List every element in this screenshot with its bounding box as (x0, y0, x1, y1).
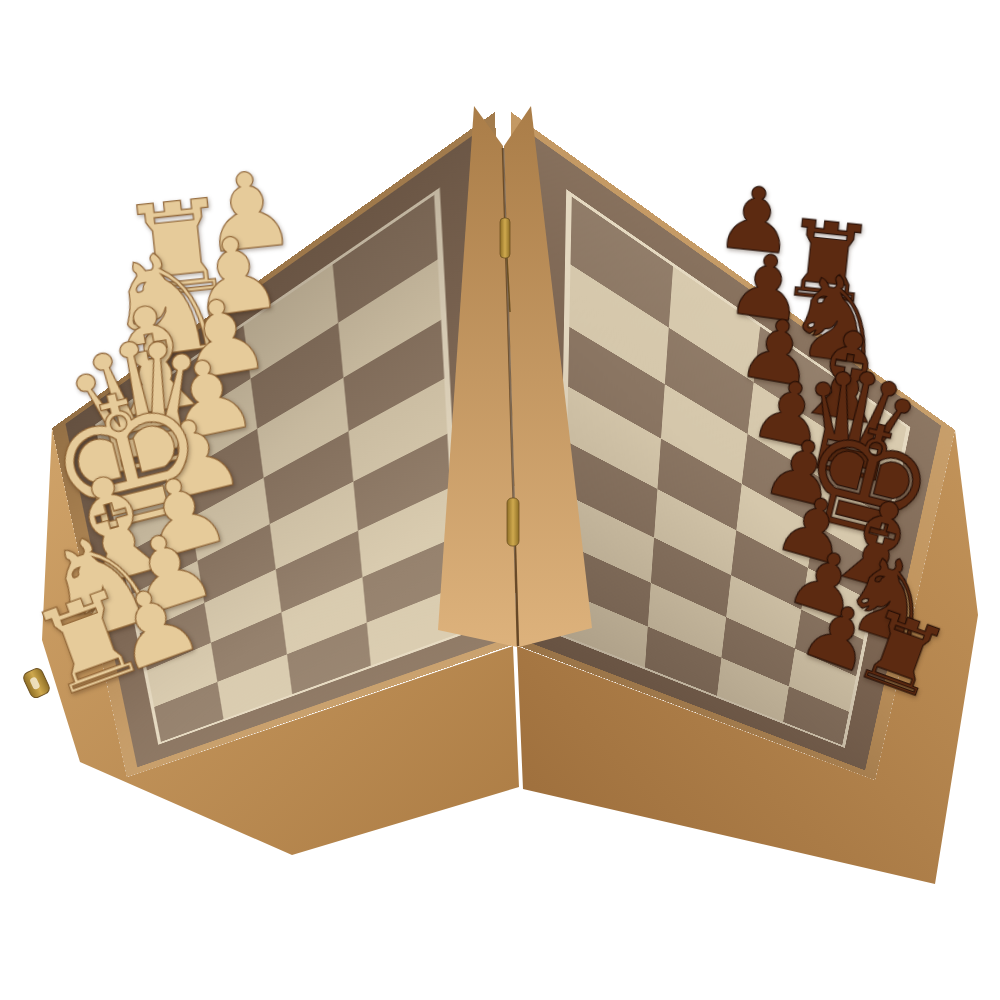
chess-set-product-photo: ♜♞♝♛♚♝♞♜♟♟♟♟♟♟♟♟♟♟♟♟♟♟♟♟♜♞♝♛♚♝♞♜ (0, 0, 1000, 1000)
